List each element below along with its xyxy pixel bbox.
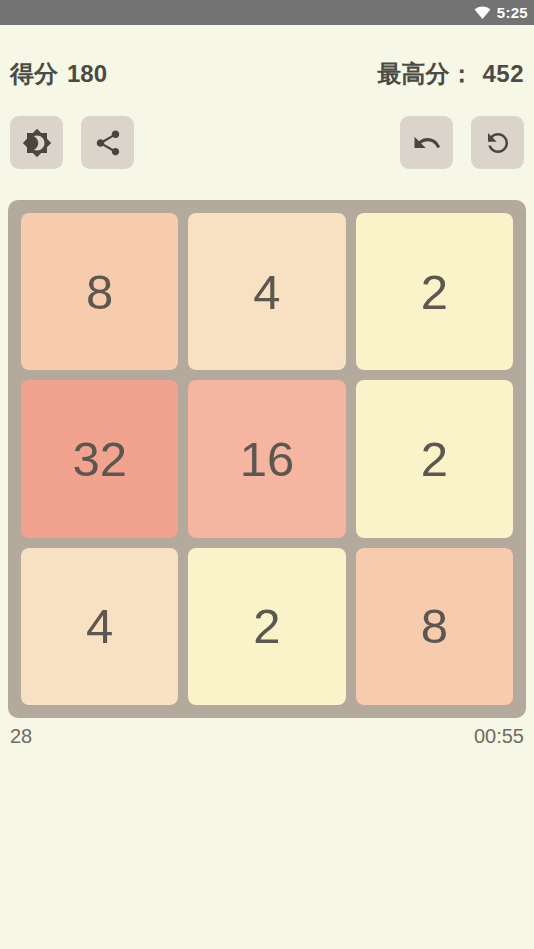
theme-toggle-button[interactable] (10, 116, 63, 169)
tile-r1c1: 16 (188, 380, 345, 537)
tile-r2c1: 2 (188, 548, 345, 705)
current-score: 得分 180 (10, 58, 107, 90)
footer-stats: 28 00:55 (0, 725, 534, 748)
score-label: 得分 (10, 58, 58, 90)
tile-r2c0: 4 (21, 548, 178, 705)
move-counter: 28 (10, 725, 32, 748)
status-bar: 5:25 (0, 0, 534, 25)
toolbar-left (10, 116, 134, 169)
tile-r0c2: 2 (356, 213, 513, 370)
score-value: 180 (67, 60, 107, 88)
undo-icon (412, 128, 442, 158)
restart-icon (483, 128, 513, 158)
brightness-moon-icon (22, 128, 52, 158)
clock-time: 5:25 (497, 4, 528, 21)
tile-r1c2: 2 (356, 380, 513, 537)
tile-r0c0: 8 (21, 213, 178, 370)
share-button[interactable] (81, 116, 134, 169)
game-board[interactable]: 8 4 2 32 16 2 4 2 8 (8, 200, 526, 718)
restart-button[interactable] (471, 116, 524, 169)
best-score-label: 最高分： (377, 58, 473, 90)
best-score: 最高分： 452 (377, 58, 524, 90)
share-icon (93, 128, 123, 158)
tile-r2c2: 8 (356, 548, 513, 705)
tile-r1c0: 32 (21, 380, 178, 537)
wifi-icon (474, 5, 491, 20)
best-score-value: 452 (482, 60, 524, 88)
tile-r0c1: 4 (188, 213, 345, 370)
game-timer: 00:55 (474, 725, 524, 748)
score-header: 得分 180 最高分： 452 (0, 58, 534, 90)
undo-button[interactable] (400, 116, 453, 169)
toolbar (0, 116, 534, 169)
toolbar-right (400, 116, 524, 169)
